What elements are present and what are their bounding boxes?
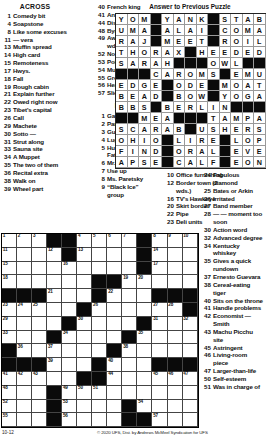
puzzle-cell[interactable] (183, 413, 198, 427)
puzzle-cell[interactable] (32, 331, 47, 345)
puzzle-cell[interactable]: 32 (183, 317, 198, 331)
black-square (32, 358, 47, 372)
answer-black-cell (162, 91, 174, 102)
answer-black-cell (185, 113, 197, 124)
puzzle-cell[interactable]: 54 (137, 400, 152, 414)
clue-text: Fall (13, 75, 68, 83)
puzzle-cell[interactable]: 44 (107, 372, 122, 386)
puzzle-cell[interactable] (183, 262, 198, 276)
clue-30: 30Sotto — (2, 130, 70, 138)
answer-black-cell (220, 146, 232, 157)
black-square (183, 358, 198, 372)
puzzle-cell[interactable]: 10 (183, 234, 198, 248)
cell-number: 5 (93, 234, 95, 239)
puzzle-cell[interactable] (17, 248, 32, 262)
clue-text: Tibet's capital (13, 106, 68, 114)
puzzle-cell[interactable] (137, 372, 152, 386)
answer-black-cell (220, 69, 232, 80)
clue-number: 57 (95, 89, 107, 97)
black-square (17, 358, 32, 372)
cell-number: 40 (108, 359, 113, 364)
answer-letter-cell: A (162, 113, 174, 124)
puzzle-cell[interactable] (77, 344, 92, 358)
answer-letter-cell: R (185, 146, 197, 157)
clue-number: 17 (2, 67, 13, 75)
puzzle-cell[interactable] (32, 248, 47, 262)
clue-number: 41 (95, 11, 107, 19)
answer-letter-cell: P (243, 113, 255, 124)
answer-black-cell (243, 102, 255, 113)
puzzle-cell[interactable] (152, 400, 167, 414)
puzzle-cell[interactable] (107, 317, 122, 331)
puzzle-cell[interactable] (77, 358, 92, 372)
answer-letter-cell: C (174, 157, 186, 168)
puzzle-cell[interactable]: 55 (2, 413, 17, 427)
clue-number: 47 (200, 367, 213, 375)
puzzle-cell[interactable] (168, 413, 183, 427)
puzzle-cell[interactable] (168, 331, 183, 345)
answer-letter-cell: A (139, 91, 151, 102)
puzzle-cell[interactable] (92, 413, 107, 427)
clue-17: 17Hwys. (2, 67, 70, 75)
puzzle-cell[interactable] (62, 344, 77, 358)
black-square (152, 289, 167, 303)
across-header: ACROSS (2, 3, 68, 10)
black-square (17, 289, 32, 303)
answer-letter-cell: E (185, 36, 197, 47)
black-square (137, 413, 152, 427)
answer-letter-cell: O (231, 25, 243, 36)
answer-letter-cell: I (139, 135, 151, 146)
cell-number: 24 (18, 303, 23, 308)
clue-14: 14High card (2, 51, 70, 59)
clue-text: Economist — Smith (213, 312, 263, 328)
puzzle-cell[interactable] (107, 386, 122, 400)
cell-number: 6 (108, 234, 110, 239)
clue-text: Gives a quick rundown (213, 257, 263, 273)
clue-number: 54 (95, 66, 107, 74)
answer-letter-cell: A (254, 25, 266, 36)
puzzle-cell[interactable] (47, 372, 62, 386)
puzzle-cell[interactable]: 4 (77, 234, 92, 248)
answer-letter-cell: E (174, 36, 186, 47)
black-square (107, 275, 122, 289)
answer-letter-cell: E (231, 146, 243, 157)
clue-number: 50 (200, 375, 213, 383)
answer-letter-cell: E (197, 80, 209, 91)
puzzle-cell[interactable]: 9 (168, 234, 183, 248)
answer-letter-cell: A (174, 14, 186, 25)
puzzle-cell[interactable] (47, 275, 62, 289)
puzzle-cell[interactable] (32, 400, 47, 414)
puzzle-cell[interactable]: 26 (92, 303, 107, 317)
puzzle-cell[interactable] (122, 289, 137, 303)
answer-letter-cell: E (208, 47, 220, 58)
clue-number: 41 (200, 304, 213, 312)
puzzle-cell[interactable]: 17 (152, 262, 167, 276)
answer-letter-cell: E (128, 91, 140, 102)
clue-15: 15Remoteness (2, 59, 70, 67)
clue-40: 40Sits on the throne (200, 297, 265, 305)
puzzle-cell[interactable]: 3 (32, 234, 47, 248)
clue-text: Cereal-eating tiger (213, 281, 263, 297)
puzzle-cell[interactable] (17, 331, 32, 345)
puzzle-cell[interactable] (183, 344, 198, 358)
puzzle-cell[interactable] (62, 372, 77, 386)
answer-letter-cell: D (151, 146, 163, 157)
puzzle-cell[interactable]: 46 (168, 372, 183, 386)
clue-number: 26 (2, 114, 13, 122)
puzzle-cell[interactable]: 22 (107, 289, 122, 303)
cell-number: 14 (153, 248, 158, 253)
puzzle-cell[interactable]: 19 (122, 275, 137, 289)
cell-number: 34 (63, 331, 68, 336)
puzzle-cell[interactable] (122, 386, 137, 400)
answer-letter-cell: A (220, 113, 232, 124)
cell-number: 45 (153, 372, 158, 377)
puzzle-cell[interactable]: 57 (152, 413, 167, 427)
puzzle-cell[interactable]: 48 (2, 386, 17, 400)
puzzle-cell[interactable]: 14 (152, 248, 167, 262)
answer-letter-cell: O (174, 80, 186, 91)
puzzle-cell[interactable] (107, 400, 122, 414)
puzzle-cell[interactable]: 42 (17, 372, 32, 386)
puzzle-cell[interactable]: 25 (32, 303, 47, 317)
puzzle-cell[interactable]: 35 (137, 331, 152, 345)
clue-9: 9“Black Ice” group (95, 183, 157, 199)
puzzle-cell[interactable]: 24 (17, 303, 32, 317)
puzzle-cell[interactable] (77, 262, 92, 276)
puzzle-cell[interactable]: 11 (2, 248, 17, 262)
cell-number: 57 (153, 414, 158, 419)
answer-letter-cell: A (254, 113, 266, 124)
black-square (183, 303, 198, 317)
puzzle-cell[interactable] (32, 344, 47, 358)
puzzle-cell[interactable] (107, 331, 122, 345)
cell-number: 27 (153, 303, 158, 308)
clue-text: Fabulous diamond (213, 171, 263, 187)
puzzle-cell[interactable] (122, 303, 137, 317)
puzzle-cell[interactable] (47, 262, 62, 276)
answer-black-cell (151, 25, 163, 36)
answer-letter-cell: F (208, 157, 220, 168)
puzzle-cell[interactable] (92, 248, 107, 262)
answer-letter-cell: N (220, 102, 232, 113)
clue-number: 23 (163, 218, 176, 226)
puzzle-cell[interactable] (77, 275, 92, 289)
puzzle-cell[interactable]: 23 (2, 303, 17, 317)
answer-letter-cell: A (151, 58, 163, 69)
puzzle-cell[interactable]: 27 (152, 303, 167, 317)
clue-number: 10 (163, 171, 176, 179)
answer-letter-cell: O (185, 91, 197, 102)
puzzle-cell[interactable]: 37 (47, 344, 62, 358)
answer-to-previous-puzzle-title: Answer to Previous Puzzle (114, 3, 266, 10)
puzzle-cell[interactable] (62, 289, 77, 303)
cell-number: 16 (63, 262, 68, 267)
puzzle-cell[interactable]: 12 (47, 248, 62, 262)
previous-puzzle-answer-grid: YOMYANKSTABUMAALAICOMARAJMEETROILTHORAXH… (115, 13, 266, 169)
answer-letter-cell: T (208, 113, 220, 124)
cell-number: 32 (183, 317, 188, 322)
puzzle-cell[interactable] (152, 331, 167, 345)
puzzle-cell[interactable] (168, 275, 183, 289)
puzzle-cell[interactable]: 45 (152, 372, 167, 386)
answer-letter-cell: A (128, 58, 140, 69)
answer-black-cell (151, 102, 163, 113)
puzzle-cell[interactable] (137, 358, 152, 372)
puzzle-cell[interactable]: 50 (77, 386, 92, 400)
answer-black-cell (254, 102, 266, 113)
puzzle-cell[interactable]: 56 (62, 413, 77, 427)
clue-number: 12 (163, 179, 176, 195)
answer-letter-cell: M (197, 69, 209, 80)
puzzle-cell[interactable] (168, 262, 183, 276)
answer-letter-cell: A (254, 91, 266, 102)
clue-number: 20 (163, 202, 176, 210)
clue-text: Machu Picchu site (213, 328, 263, 344)
clue-number: 2 (95, 120, 107, 128)
answer-letter-cell: B (116, 91, 128, 102)
answer-letter-cell: E (174, 102, 186, 113)
puzzle-cell[interactable] (183, 400, 198, 414)
answer-letter-cell: O (139, 47, 151, 58)
puzzle-cell[interactable]: 52 (2, 400, 17, 414)
puzzle-cell[interactable] (152, 275, 167, 289)
puzzle-cell[interactable]: 28 (168, 303, 183, 317)
answer-letter-cell: I (128, 146, 140, 157)
puzzle-cell[interactable] (122, 372, 137, 386)
puzzle-cell[interactable] (183, 386, 198, 400)
puzzle-cell[interactable] (122, 262, 137, 276)
clue-text: Handle problems (213, 304, 263, 312)
cell-number: 2 (18, 234, 20, 239)
puzzle-cell[interactable] (183, 331, 198, 345)
puzzle-cell[interactable] (47, 317, 62, 331)
puzzle-cell[interactable]: 21 (47, 289, 62, 303)
clue-35: 35The two of them (2, 161, 70, 169)
puzzle-cell[interactable] (62, 358, 77, 372)
clue-number: 55 (95, 74, 107, 82)
puzzle-cell[interactable] (77, 400, 92, 414)
crossword-page: ACROSS 1Comedy bit4Soapstone8Like some e… (0, 0, 266, 438)
answer-letter-cell: A (139, 25, 151, 36)
puzzle-cell[interactable] (168, 317, 183, 331)
puzzle-cell[interactable] (32, 413, 47, 427)
cell-number: 36 (18, 345, 23, 350)
answer-letter-cell: N (254, 157, 266, 168)
puzzle-cell[interactable] (107, 303, 122, 317)
cell-number: 26 (93, 303, 98, 308)
clue-number: 38 (2, 177, 13, 185)
puzzle-cell[interactable] (17, 413, 32, 427)
puzzle-cell[interactable]: 2 (17, 234, 32, 248)
answer-letter-cell: L (197, 102, 209, 113)
cell-number: 17 (153, 262, 158, 267)
cell-number: 46 (168, 372, 173, 377)
puzzle-cell[interactable] (107, 413, 122, 427)
puzzle-cell[interactable]: 8 (152, 234, 167, 248)
clue-number: 1 (2, 12, 13, 20)
answer-letter-cell: Y (162, 14, 174, 25)
answer-black-cell (208, 80, 220, 91)
clue-number: 13 (2, 43, 13, 51)
clue-text: “Black Ice” group (107, 183, 155, 199)
cell-number: 7 (123, 234, 125, 239)
puzzle-cell[interactable] (122, 317, 137, 331)
clue-text: Sits on the throne (213, 297, 263, 305)
puzzle-cell[interactable] (77, 413, 92, 427)
clue-number: 27 (200, 202, 213, 210)
answer-letter-cell: D (185, 80, 197, 91)
clue-number: 19 (2, 83, 13, 91)
puzzle-cell[interactable] (92, 262, 107, 276)
puzzle-cell[interactable]: 39 (47, 358, 62, 372)
cell-number: 54 (138, 400, 143, 405)
puzzle-cell[interactable] (168, 400, 183, 414)
puzzle-cell[interactable] (17, 275, 32, 289)
clue-number: 6 (95, 159, 107, 167)
black-square (92, 275, 107, 289)
puzzle-cell[interactable] (17, 317, 32, 331)
clue-28: 28— — moment too soon (200, 210, 265, 226)
puzzle-cell[interactable] (17, 262, 32, 276)
puzzle-cell[interactable]: 5 (92, 234, 107, 248)
clue-text: Advanced degree (213, 234, 263, 242)
answer-letter-cell: I (243, 36, 255, 47)
puzzle-cell[interactable]: 47 (183, 372, 198, 386)
puzzle-cell[interactable] (137, 289, 152, 303)
cell-number: 13 (78, 248, 83, 253)
cell-number: 12 (48, 248, 53, 253)
puzzle-cell[interactable] (32, 386, 47, 400)
puzzle-cell[interactable] (168, 386, 183, 400)
answer-letter-cell: T (197, 36, 209, 47)
puzzle-cell[interactable] (32, 275, 47, 289)
clue-text: Band member (213, 202, 263, 210)
cell-number: 56 (63, 414, 68, 419)
clue-text: Ms. Paretsky (107, 175, 155, 183)
puzzle-cell[interactable]: 51 (92, 386, 107, 400)
clue-text: A Muppet (13, 153, 68, 161)
puzzle-cell[interactable] (92, 400, 107, 414)
answer-letter-cell: L (231, 135, 243, 146)
cell-number: 52 (3, 400, 8, 405)
answer-black-cell (185, 124, 197, 135)
clue-number: 48 (95, 27, 107, 35)
puzzle-cell[interactable]: 6 (107, 234, 122, 248)
puzzle-cell[interactable] (122, 248, 137, 262)
puzzle-cell[interactable]: 16 (62, 262, 77, 276)
answer-black-cell (162, 135, 174, 146)
puzzle-cell[interactable]: 30 (77, 317, 92, 331)
puzzle-cell[interactable] (17, 400, 32, 414)
puzzle-cell[interactable]: 34 (62, 331, 77, 345)
clue-number: 30 (200, 226, 213, 234)
puzzle-cell[interactable] (32, 317, 47, 331)
answer-letter-cell: V (243, 146, 255, 157)
cell-number: 10 (183, 234, 188, 239)
puzzle-cell[interactable]: 49 (62, 386, 77, 400)
cell-number: 51 (93, 386, 98, 391)
puzzle-cell[interactable] (92, 331, 107, 345)
clue-number: 4 (2, 20, 13, 28)
black-square (47, 413, 62, 427)
puzzle-cell[interactable]: 33 (2, 331, 17, 345)
puzzle-cell[interactable] (17, 386, 32, 400)
puzzle-cell[interactable] (32, 262, 47, 276)
cell-number: 48 (3, 386, 8, 391)
puzzle-cell[interactable]: 31 (152, 317, 167, 331)
puzzle-cell[interactable] (122, 358, 137, 372)
puzzle-cell[interactable] (47, 303, 62, 317)
puzzle-cell[interactable] (152, 344, 167, 358)
puzzle-cell[interactable] (107, 262, 122, 276)
clue-text: — — moment too soon (213, 210, 263, 226)
clue-number: 44 (95, 19, 107, 27)
clue-26: 26Call (2, 114, 70, 122)
clue-text: Recital extra (13, 169, 68, 177)
puzzle-cell[interactable] (137, 303, 152, 317)
cell-number: 9 (168, 234, 170, 239)
puzzle-cell[interactable]: 7 (122, 234, 137, 248)
black-square (122, 413, 137, 427)
puzzle-cell[interactable] (168, 248, 183, 262)
puzzle-cell[interactable]: 36 (17, 344, 32, 358)
puzzle-cell[interactable] (62, 275, 77, 289)
puzzle-cell[interactable] (77, 289, 92, 303)
puzzle-cell[interactable] (92, 344, 107, 358)
answer-letter-cell: S (208, 124, 220, 135)
puzzle-cell[interactable] (137, 344, 152, 358)
puzzle-cell[interactable]: 53 (62, 400, 77, 414)
puzzle-cell[interactable] (107, 248, 122, 262)
puzzle-cell[interactable] (92, 317, 107, 331)
puzzle-cell[interactable]: 13 (77, 248, 92, 262)
puzzle-cell[interactable]: 40 (107, 358, 122, 372)
clue-8: 8Ms. Paretsky (95, 175, 157, 183)
puzzle-cell[interactable]: 18 (2, 275, 17, 289)
answer-black-cell (185, 58, 197, 69)
answer-letter-cell: H (162, 58, 174, 69)
puzzle-cell[interactable] (152, 386, 167, 400)
puzzle-cell[interactable] (183, 248, 198, 262)
clue-text: Action word (213, 226, 263, 234)
puzzle-cell[interactable]: 1 (2, 234, 17, 248)
answer-letter-cell: L (174, 25, 186, 36)
puzzle-cell[interactable] (62, 303, 77, 317)
puzzle-cell[interactable] (183, 275, 198, 289)
puzzle-cell[interactable]: 43 (32, 372, 47, 386)
cell-number: 33 (3, 331, 8, 336)
answer-letter-cell: J (139, 36, 151, 47)
answer-black-cell (185, 47, 197, 58)
puzzle-cell[interactable]: 29 (2, 317, 17, 331)
puzzle-cell[interactable]: 20 (137, 275, 152, 289)
clue-number: 42 (200, 312, 213, 328)
across-clues-column-1: 1Comedy bit4Soapstone8Like some excuses1… (2, 12, 70, 192)
puzzle-cell[interactable] (168, 344, 183, 358)
puzzle-cell[interactable]: 41 (2, 372, 17, 386)
clue-number: 8 (95, 175, 107, 183)
clue-number: 49 (95, 34, 107, 50)
answer-letter-cell: B (174, 124, 186, 135)
puzzle-cell[interactable]: 15 (2, 262, 17, 276)
puzzle-cell[interactable]: 38 (122, 344, 137, 358)
puzzle-cell[interactable] (137, 386, 152, 400)
answer-letter-cell: O (231, 91, 243, 102)
puzzle-cell[interactable] (77, 331, 92, 345)
